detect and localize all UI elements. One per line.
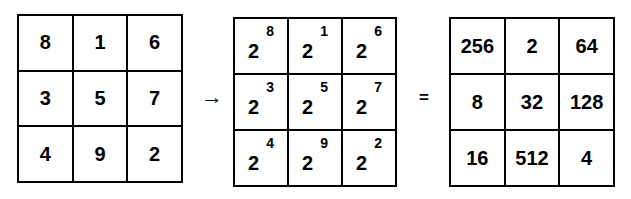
additive-cell-r1c0: 3 — [18, 71, 73, 127]
result-cell-r1c0: 8 — [450, 74, 505, 130]
power-cell-r2c2: 22 — [342, 130, 396, 186]
additive-cell-r0c2: 6 — [127, 15, 182, 71]
exponent-magic-square-grid: 28 21 26 23 25 27 24 29 22 — [233, 17, 397, 187]
power-base: 2 — [302, 152, 313, 175]
power-cell-r1c2: 27 — [342, 74, 396, 130]
additive-cell-r2c0: 4 — [18, 126, 73, 182]
power-cell-r1c1: 25 — [288, 74, 342, 130]
power-exponent: 4 — [266, 135, 274, 151]
power-base: 2 — [248, 96, 259, 119]
result-cell-r0c2: 64 — [559, 18, 614, 74]
equals-sign: = — [419, 88, 429, 108]
result-cell-r1c2: 128 — [559, 74, 614, 130]
power-cell-r0c0: 28 — [234, 18, 288, 74]
power-exponent: 7 — [374, 79, 382, 95]
power-cell-r2c0: 24 — [234, 130, 288, 186]
arrow-icon: → — [201, 84, 223, 110]
result-cell-r2c2: 4 — [559, 130, 614, 186]
result-cell-r2c0: 16 — [450, 130, 505, 186]
power-cell-r0c1: 21 — [288, 18, 342, 74]
additive-cell-r0c1: 1 — [73, 15, 128, 71]
power-exponent: 8 — [266, 23, 274, 39]
power-base: 2 — [356, 152, 367, 175]
power-cell-r2c1: 29 — [288, 130, 342, 186]
additive-cell-r1c2: 7 — [127, 71, 182, 127]
additive-cell-r2c1: 9 — [73, 126, 128, 182]
power-base: 2 — [356, 96, 367, 119]
power-exponent: 9 — [320, 135, 328, 151]
multiplicative-magic-square-grid: 256 2 64 8 32 128 16 512 4 — [449, 17, 615, 187]
power-exponent: 1 — [320, 23, 328, 39]
power-base: 2 — [248, 40, 259, 63]
power-base: 2 — [302, 96, 313, 119]
result-cell-r2c1: 512 — [505, 130, 560, 186]
power-cell-r0c2: 26 — [342, 18, 396, 74]
result-cell-r0c1: 2 — [505, 18, 560, 74]
power-exponent: 2 — [374, 135, 382, 151]
power-base: 2 — [302, 40, 313, 63]
result-cell-r0c0: 256 — [450, 18, 505, 74]
additive-cell-r0c0: 8 — [18, 15, 73, 71]
additive-cell-r1c1: 5 — [73, 71, 128, 127]
power-exponent: 6 — [374, 23, 382, 39]
additive-cell-r2c2: 2 — [127, 126, 182, 182]
power-exponent: 3 — [266, 79, 274, 95]
power-cell-r1c0: 23 — [234, 74, 288, 130]
additive-magic-square-grid: 8 1 6 3 5 7 4 9 2 — [17, 14, 183, 183]
power-base: 2 — [248, 152, 259, 175]
result-cell-r1c1: 32 — [505, 74, 560, 130]
power-base: 2 — [356, 40, 367, 63]
magic-square-diagram: 8 1 6 3 5 7 4 9 2 → 28 21 26 23 25 27 24… — [0, 0, 631, 199]
power-exponent: 5 — [320, 79, 328, 95]
